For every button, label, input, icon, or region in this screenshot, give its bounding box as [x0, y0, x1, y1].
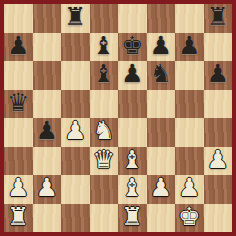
square-a2[interactable]: ♟ [4, 175, 33, 204]
piece-white-queen[interactable]: ♛ [93, 147, 115, 175]
square-a1[interactable]: ♜ [4, 204, 33, 233]
piece-black-pawn[interactable]: ♟ [150, 33, 172, 61]
piece-white-knight[interactable]: ♞ [93, 118, 115, 146]
square-h3[interactable]: ♟ [204, 147, 233, 176]
square-g2[interactable]: ♟ [175, 175, 204, 204]
square-h1[interactable] [204, 204, 233, 233]
chess-board-frame: ♜♜♟♝♚♟♟♝♟♞♟♛♟♟♞♛♝♟♟♟♝♟♟♜♜♚ [0, 0, 236, 236]
square-f4[interactable] [147, 118, 176, 147]
piece-white-pawn[interactable]: ♟ [7, 175, 29, 203]
piece-black-king[interactable]: ♚ [121, 33, 143, 61]
square-h2[interactable] [204, 175, 233, 204]
square-a7[interactable]: ♟ [4, 33, 33, 62]
square-f6[interactable]: ♞ [147, 61, 176, 90]
square-a4[interactable] [4, 118, 33, 147]
square-f7[interactable]: ♟ [147, 33, 176, 62]
square-a3[interactable] [4, 147, 33, 176]
piece-white-bishop[interactable]: ♝ [121, 175, 143, 203]
square-h4[interactable] [204, 118, 233, 147]
piece-white-rook[interactable]: ♜ [121, 204, 143, 232]
square-d5[interactable] [90, 90, 119, 119]
square-e6[interactable]: ♟ [118, 61, 147, 90]
square-a5[interactable]: ♛ [4, 90, 33, 119]
piece-white-pawn[interactable]: ♟ [64, 118, 86, 146]
square-f3[interactable] [147, 147, 176, 176]
square-g3[interactable] [175, 147, 204, 176]
square-c6[interactable] [61, 61, 90, 90]
square-b8[interactable] [33, 4, 62, 33]
square-c4[interactable]: ♟ [61, 118, 90, 147]
chess-board: ♜♜♟♝♚♟♟♝♟♞♟♛♟♟♞♛♝♟♟♟♝♟♟♜♜♚ [4, 4, 232, 232]
piece-black-pawn[interactable]: ♟ [178, 33, 200, 61]
square-b6[interactable] [33, 61, 62, 90]
square-d2[interactable] [90, 175, 119, 204]
square-b7[interactable] [33, 33, 62, 62]
piece-black-pawn[interactable]: ♟ [36, 118, 58, 146]
piece-black-pawn[interactable]: ♟ [207, 61, 229, 89]
square-e7[interactable]: ♚ [118, 33, 147, 62]
square-c5[interactable] [61, 90, 90, 119]
square-e2[interactable]: ♝ [118, 175, 147, 204]
square-g1[interactable]: ♚ [175, 204, 204, 233]
square-f1[interactable] [147, 204, 176, 233]
piece-white-bishop[interactable]: ♝ [121, 147, 143, 175]
square-g6[interactable] [175, 61, 204, 90]
piece-black-rook[interactable]: ♜ [207, 4, 229, 32]
piece-white-pawn[interactable]: ♟ [178, 175, 200, 203]
square-h6[interactable]: ♟ [204, 61, 233, 90]
square-f5[interactable] [147, 90, 176, 119]
square-h8[interactable]: ♜ [204, 4, 233, 33]
square-g5[interactable] [175, 90, 204, 119]
square-h5[interactable] [204, 90, 233, 119]
square-c8[interactable]: ♜ [61, 4, 90, 33]
piece-white-rook[interactable]: ♜ [7, 204, 29, 232]
square-c3[interactable] [61, 147, 90, 176]
square-c1[interactable] [61, 204, 90, 233]
square-b2[interactable]: ♟ [33, 175, 62, 204]
square-b1[interactable] [33, 204, 62, 233]
square-e3[interactable]: ♝ [118, 147, 147, 176]
piece-black-pawn[interactable]: ♟ [121, 61, 143, 89]
square-d3[interactable]: ♛ [90, 147, 119, 176]
square-h7[interactable] [204, 33, 233, 62]
square-d1[interactable] [90, 204, 119, 233]
square-e4[interactable] [118, 118, 147, 147]
square-b3[interactable] [33, 147, 62, 176]
square-a6[interactable] [4, 61, 33, 90]
piece-white-pawn[interactable]: ♟ [207, 147, 229, 175]
piece-white-king[interactable]: ♚ [178, 204, 200, 232]
square-b4[interactable]: ♟ [33, 118, 62, 147]
piece-black-pawn[interactable]: ♟ [7, 33, 29, 61]
piece-black-bishop[interactable]: ♝ [93, 61, 115, 89]
square-f8[interactable] [147, 4, 176, 33]
piece-black-knight[interactable]: ♞ [150, 61, 172, 89]
square-a8[interactable] [4, 4, 33, 33]
square-c7[interactable] [61, 33, 90, 62]
square-g7[interactable]: ♟ [175, 33, 204, 62]
piece-black-queen[interactable]: ♛ [7, 90, 29, 118]
square-e5[interactable] [118, 90, 147, 119]
square-c2[interactable] [61, 175, 90, 204]
square-d8[interactable] [90, 4, 119, 33]
square-f2[interactable]: ♟ [147, 175, 176, 204]
piece-white-pawn[interactable]: ♟ [150, 175, 172, 203]
square-g8[interactable] [175, 4, 204, 33]
square-e1[interactable]: ♜ [118, 204, 147, 233]
square-d6[interactable]: ♝ [90, 61, 119, 90]
piece-black-rook[interactable]: ♜ [64, 4, 86, 32]
square-d4[interactable]: ♞ [90, 118, 119, 147]
square-d7[interactable]: ♝ [90, 33, 119, 62]
square-g4[interactable] [175, 118, 204, 147]
square-b5[interactable] [33, 90, 62, 119]
piece-white-pawn[interactable]: ♟ [36, 175, 58, 203]
piece-black-bishop[interactable]: ♝ [93, 33, 115, 61]
square-e8[interactable] [118, 4, 147, 33]
